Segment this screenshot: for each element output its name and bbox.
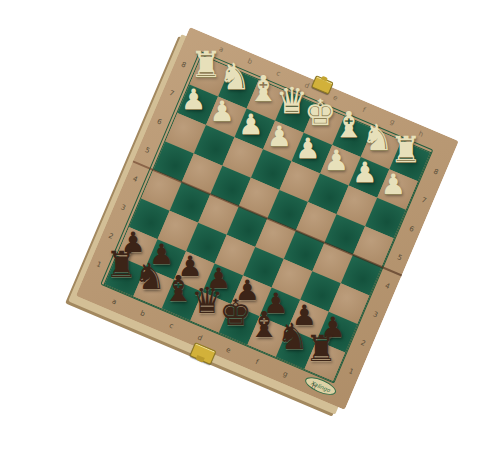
rank-label-left-7: 7 xyxy=(168,89,175,97)
file-label-top-d: d xyxy=(303,82,310,90)
file-label-top-e: e xyxy=(332,94,339,102)
rank-label-left-6: 6 xyxy=(156,118,163,126)
file-label-top-c: c xyxy=(275,70,281,78)
file-label-top-b: b xyxy=(246,58,253,66)
rank-label-right-3: 3 xyxy=(372,311,379,319)
file-label-top-a: a xyxy=(218,46,225,54)
rank-label-left-8: 8 xyxy=(180,61,187,69)
file-label-bottom-f: f xyxy=(254,359,259,366)
file-label-bottom-c: c xyxy=(168,322,174,330)
rank-label-right-8: 8 xyxy=(432,168,439,176)
rank-label-left-5: 5 xyxy=(144,147,151,155)
file-label-bottom-a: a xyxy=(111,298,118,306)
rank-label-right-1: 1 xyxy=(348,368,355,376)
rank-label-right-7: 7 xyxy=(420,197,427,205)
file-label-bottom-b: b xyxy=(139,310,146,318)
rank-label-right-2: 2 xyxy=(360,339,367,347)
rank-label-right-5: 5 xyxy=(396,254,403,262)
product-photo-stage: ♜♞♝♛♚♝♞♜♟♟♟♟♟♟♟♟♟♟♟♟♟♟♟♟♜♞♝♛♚♝♞♜ Xalingo… xyxy=(0,0,500,474)
chess-board: ♜♞♝♛♚♝♞♜♟♟♟♟♟♟♟♟♟♟♟♟♟♟♟♟♜♞♝♛♚♝♞♜ Xalingo… xyxy=(76,27,459,410)
clasp-bottom-icon xyxy=(189,342,216,365)
file-label-bottom-e: e xyxy=(225,347,232,355)
file-label-bottom-g: g xyxy=(282,371,289,379)
file-label-top-h: h xyxy=(417,131,424,139)
rank-label-right-6: 6 xyxy=(408,225,415,233)
rank-label-right-4: 4 xyxy=(384,282,391,290)
file-label-top-f: f xyxy=(361,107,366,114)
rank-label-left-1: 1 xyxy=(95,261,102,269)
rank-label-left-3: 3 xyxy=(120,204,127,212)
rank-label-left-2: 2 xyxy=(108,232,115,240)
clasp-top-icon xyxy=(311,75,334,94)
file-label-bottom-d: d xyxy=(196,334,203,342)
rank-label-left-4: 4 xyxy=(132,175,139,183)
file-label-top-g: g xyxy=(389,119,396,127)
